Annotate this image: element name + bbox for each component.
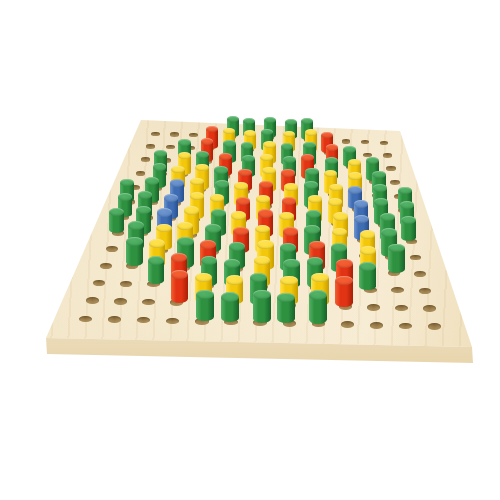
peg-top — [354, 215, 369, 223]
peg-top — [400, 201, 415, 209]
peg-top — [148, 256, 165, 265]
peg-top — [201, 138, 214, 145]
peg-top — [256, 195, 271, 203]
peg-top — [177, 237, 193, 246]
peg-top — [306, 210, 321, 218]
peg-top — [328, 198, 343, 206]
peg-top — [388, 244, 404, 253]
peg-top — [226, 275, 243, 284]
peg-top — [236, 197, 251, 205]
peg-top — [253, 290, 271, 300]
peg-top — [333, 212, 348, 220]
peg-top — [238, 169, 252, 176]
peg-top — [372, 171, 386, 178]
peg-top — [201, 256, 218, 265]
green-peg — [148, 260, 165, 284]
green-peg — [277, 297, 295, 323]
peg-top — [233, 227, 249, 236]
peg-top — [325, 157, 338, 164]
peg-top — [360, 230, 376, 239]
peg-top — [229, 242, 245, 251]
peg-top — [284, 183, 298, 191]
red-peg — [171, 274, 188, 302]
peg-top — [258, 209, 273, 217]
green-peg — [309, 295, 327, 324]
peg-top — [126, 237, 142, 246]
peg-top — [260, 154, 273, 161]
peg-top — [304, 225, 320, 234]
peg-top — [250, 273, 267, 282]
pegboard-product-photo — [0, 0, 500, 500]
green-peg — [388, 248, 404, 273]
peg-top — [221, 292, 239, 302]
peg-top — [305, 168, 319, 175]
peg-top — [231, 211, 246, 219]
peg-top — [177, 222, 193, 231]
peg-top — [280, 243, 296, 252]
peg-top — [329, 184, 343, 192]
peg-top — [257, 240, 273, 249]
peg-top — [360, 246, 376, 255]
peg-top — [205, 224, 221, 233]
peg-top — [283, 259, 300, 268]
pegs-layer — [0, 0, 500, 500]
green-peg — [109, 212, 124, 233]
peg-top — [263, 141, 276, 148]
peg-top — [196, 290, 214, 300]
peg-top — [307, 257, 324, 266]
peg-top — [224, 259, 241, 268]
peg-top — [190, 178, 204, 186]
peg-top — [280, 276, 297, 285]
peg-top — [214, 166, 228, 173]
peg-top — [326, 144, 339, 151]
red-peg — [335, 281, 352, 307]
peg-top — [153, 163, 167, 170]
peg-top — [190, 192, 205, 200]
peg-top — [309, 241, 325, 250]
peg-top — [264, 117, 276, 123]
peg-top — [223, 140, 236, 147]
peg-top — [373, 184, 387, 192]
peg-top — [184, 206, 199, 214]
green-peg — [253, 295, 271, 323]
peg-top — [343, 146, 356, 153]
peg-top — [301, 118, 313, 124]
peg-top — [281, 143, 294, 150]
peg-top — [244, 130, 256, 137]
peg-top — [195, 273, 212, 282]
peg-top — [401, 216, 416, 224]
peg-top — [219, 153, 232, 160]
peg-top — [196, 151, 209, 158]
peg-top — [128, 221, 144, 230]
peg-top — [304, 181, 318, 189]
peg-top — [331, 243, 347, 252]
green-peg — [126, 241, 142, 266]
peg-top — [215, 180, 229, 188]
peg-top — [149, 239, 165, 248]
peg-top — [348, 172, 362, 179]
peg-top — [164, 194, 179, 202]
peg-top — [303, 142, 316, 149]
peg-top — [227, 116, 239, 122]
peg-top — [381, 228, 397, 237]
peg-top — [211, 209, 226, 217]
peg-top — [281, 169, 295, 176]
peg-top — [335, 276, 352, 285]
green-peg — [359, 267, 376, 290]
green-peg — [221, 297, 239, 322]
peg-top — [283, 227, 299, 236]
peg-top — [305, 129, 317, 136]
peg-top — [145, 177, 159, 185]
peg-top — [200, 240, 216, 249]
green-peg — [196, 294, 214, 321]
peg-top — [206, 126, 218, 133]
green-peg — [401, 220, 416, 242]
peg-top — [157, 208, 172, 216]
peg-top — [171, 166, 185, 173]
peg-top — [156, 224, 172, 233]
peg-top — [309, 290, 327, 300]
peg-top — [348, 186, 362, 194]
peg-top — [285, 119, 297, 125]
